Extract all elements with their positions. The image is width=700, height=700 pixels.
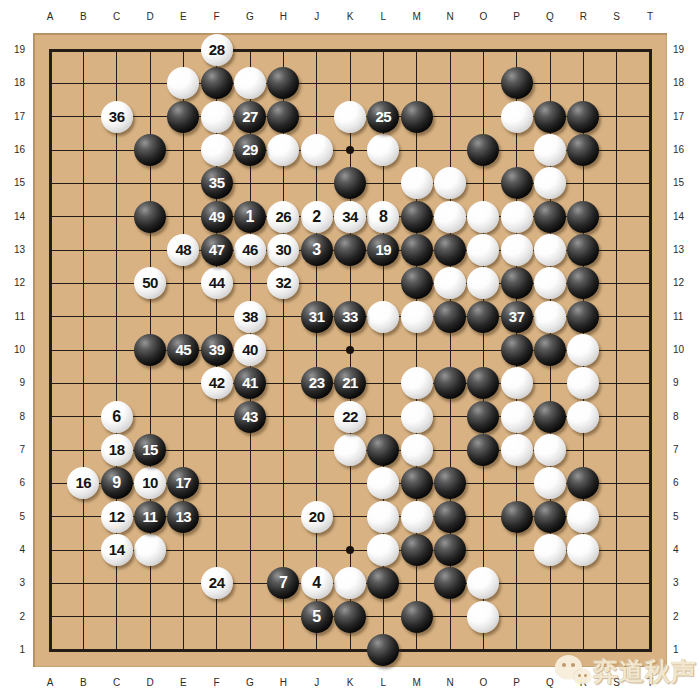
stone-black-M12 — [401, 267, 433, 299]
stone-black-D14 — [134, 201, 166, 233]
stone-white-P14 — [501, 201, 533, 233]
stone-black-P12 — [501, 267, 533, 299]
coord-right-10: 10 — [673, 344, 695, 355]
stone-black-D16 — [134, 134, 166, 166]
coord-bottom-G: G — [241, 677, 259, 688]
move-number: 29 — [242, 134, 258, 166]
move-35-black-F15: 35 — [201, 167, 233, 199]
move-9-black-C6: 9 — [101, 467, 133, 499]
stone-black-M4 — [401, 534, 433, 566]
move-number: 21 — [342, 367, 358, 399]
coord-right-3: 3 — [673, 577, 695, 588]
stone-black-O8 — [467, 401, 499, 433]
move-number: 40 — [242, 334, 258, 366]
move-number: 41 — [242, 367, 258, 399]
coord-right-5: 5 — [673, 511, 695, 522]
stone-black-N4 — [434, 534, 466, 566]
stone-white-P9 — [501, 367, 533, 399]
stone-black-N11 — [434, 301, 466, 333]
move-number: 23 — [309, 367, 325, 399]
coord-left-6: 6 — [5, 477, 25, 488]
stone-black-P5 — [501, 501, 533, 533]
coord-bottom-E: E — [174, 677, 192, 688]
coord-top-B: B — [74, 11, 92, 22]
coord-left-1: 1 — [5, 644, 25, 655]
coord-left-5: 5 — [5, 511, 25, 522]
coord-right-4: 4 — [673, 544, 695, 555]
move-39-black-F10: 39 — [201, 334, 233, 366]
move-number: 14 — [109, 534, 125, 566]
stone-white-Q13 — [534, 234, 566, 266]
move-number: 44 — [209, 267, 225, 299]
stone-black-P15 — [501, 167, 533, 199]
coord-bottom-H: H — [274, 677, 292, 688]
watermark-text: 弈道秋声 — [593, 655, 697, 688]
stone-white-M8 — [401, 401, 433, 433]
coord-top-Q: Q — [541, 11, 559, 22]
stone-black-N5 — [434, 501, 466, 533]
stone-white-R5 — [567, 501, 599, 533]
coord-left-4: 4 — [5, 544, 25, 555]
move-36-white-C17: 36 — [101, 101, 133, 133]
stone-black-Q10 — [534, 334, 566, 366]
stone-black-Q8 — [534, 401, 566, 433]
coord-left-18: 18 — [5, 77, 25, 88]
stone-black-K13 — [334, 234, 366, 266]
stone-black-Q5 — [534, 501, 566, 533]
move-number: 18 — [109, 434, 125, 466]
move-12-white-C5: 12 — [101, 501, 133, 533]
move-43-black-G8: 43 — [234, 401, 266, 433]
go-board: 1234567891011121314151617181920212223242… — [33, 33, 667, 667]
coord-top-T: T — [641, 11, 659, 22]
move-number: 24 — [209, 567, 225, 599]
move-number: 42 — [209, 367, 225, 399]
stone-black-M13 — [401, 234, 433, 266]
coord-left-17: 17 — [5, 111, 25, 122]
stone-white-M11 — [401, 301, 433, 333]
move-26-white-H14: 26 — [267, 201, 299, 233]
move-4-white-J3: 4 — [301, 567, 333, 599]
stone-black-R11 — [567, 301, 599, 333]
move-42-white-F9: 42 — [201, 367, 233, 399]
stone-black-Q17 — [534, 101, 566, 133]
stone-black-O11 — [467, 301, 499, 333]
move-8-white-L14: 8 — [367, 201, 399, 233]
move-number: 30 — [275, 234, 291, 266]
move-number: 2 — [312, 201, 321, 233]
move-number: 45 — [175, 334, 191, 366]
stone-white-M15 — [401, 167, 433, 199]
move-28-white-F19: 28 — [201, 34, 233, 66]
coord-top-L: L — [374, 11, 392, 22]
coord-left-3: 3 — [5, 577, 25, 588]
go-diagram: ABCDEFGHJKLMNOPQRST ABCDEFGHJKLMNOPQRST … — [0, 0, 700, 700]
move-18-white-C7: 18 — [101, 434, 133, 466]
coord-left-9: 9 — [5, 377, 25, 388]
stone-white-Q11 — [534, 301, 566, 333]
coord-bottom-L: L — [374, 677, 392, 688]
stone-white-F17 — [201, 101, 233, 133]
move-1-black-G14: 1 — [234, 201, 266, 233]
move-number: 28 — [209, 34, 225, 66]
stone-white-M9 — [401, 367, 433, 399]
move-number: 12 — [109, 501, 125, 533]
move-44-white-F12: 44 — [201, 267, 233, 299]
stone-white-P8 — [501, 401, 533, 433]
move-number: 10 — [142, 467, 158, 499]
move-number: 26 — [275, 201, 291, 233]
coord-right-9: 9 — [673, 377, 695, 388]
stone-black-F18 — [201, 67, 233, 99]
coord-left-11: 11 — [5, 311, 25, 322]
move-46-white-G13: 46 — [234, 234, 266, 266]
move-number: 3 — [312, 234, 321, 266]
coord-left-16: 16 — [5, 144, 25, 155]
stone-black-P18 — [501, 67, 533, 99]
stone-white-R8 — [567, 401, 599, 433]
stone-black-E17 — [167, 101, 199, 133]
move-number: 37 — [509, 301, 525, 333]
move-number: 31 — [309, 301, 325, 333]
move-number: 7 — [279, 567, 288, 599]
coord-left-15: 15 — [5, 177, 25, 188]
move-22-white-K8: 22 — [334, 401, 366, 433]
coord-top-D: D — [141, 11, 159, 22]
coord-bottom-B: B — [74, 677, 92, 688]
coord-bottom-F: F — [208, 677, 226, 688]
move-number: 47 — [209, 234, 225, 266]
stone-white-P17 — [501, 101, 533, 133]
watermark: 弈道秋声 — [553, 647, 700, 695]
move-31-black-J11: 31 — [301, 301, 333, 333]
stone-white-L5 — [367, 501, 399, 533]
move-number: 16 — [75, 467, 91, 499]
move-number: 4 — [312, 567, 321, 599]
move-number: 38 — [242, 301, 258, 333]
coord-bottom-D: D — [141, 677, 159, 688]
move-34-white-K14: 34 — [334, 201, 366, 233]
stone-black-M14 — [401, 201, 433, 233]
move-3-black-J13: 3 — [301, 234, 333, 266]
coord-top-M: M — [408, 11, 426, 22]
star-point-K4 — [346, 546, 354, 554]
move-38-white-G11: 38 — [234, 301, 266, 333]
stone-black-N13 — [434, 234, 466, 266]
coord-bottom-N: N — [441, 677, 459, 688]
coord-top-C: C — [108, 11, 126, 22]
stone-black-M17 — [401, 101, 433, 133]
move-number: 39 — [209, 334, 225, 366]
coord-right-12: 12 — [673, 277, 695, 288]
move-number: 27 — [242, 101, 258, 133]
coord-left-12: 12 — [5, 277, 25, 288]
move-47-black-F13: 47 — [201, 234, 233, 266]
coord-top-O: O — [474, 11, 492, 22]
stone-white-F16 — [201, 134, 233, 166]
coord-left-7: 7 — [5, 444, 25, 455]
stone-white-K7 — [334, 434, 366, 466]
stone-black-K2 — [334, 601, 366, 633]
move-number: 46 — [242, 234, 258, 266]
move-number: 34 — [342, 201, 358, 233]
move-number: 9 — [112, 467, 121, 499]
stone-white-D4 — [134, 534, 166, 566]
move-number: 22 — [342, 401, 358, 433]
coord-bottom-J: J — [308, 677, 326, 688]
stone-black-R17 — [567, 101, 599, 133]
move-number: 6 — [112, 401, 121, 433]
coord-top-S: S — [608, 11, 626, 22]
stone-white-N14 — [434, 201, 466, 233]
move-number: 15 — [142, 434, 158, 466]
move-number: 11 — [143, 501, 158, 533]
coord-right-18: 18 — [673, 77, 695, 88]
coord-right-13: 13 — [673, 244, 695, 255]
move-20-white-J5: 20 — [301, 501, 333, 533]
move-15-black-D7: 15 — [134, 434, 166, 466]
stone-black-L1 — [367, 634, 399, 666]
stone-white-O2 — [467, 601, 499, 633]
wechat-icon — [553, 651, 591, 691]
stone-white-J16 — [301, 134, 333, 166]
coord-right-16: 16 — [673, 144, 695, 155]
move-number: 48 — [175, 234, 191, 266]
move-2-white-J14: 2 — [301, 201, 333, 233]
move-number: 32 — [275, 267, 291, 299]
stone-white-P7 — [501, 434, 533, 466]
star-point-K10 — [346, 346, 354, 354]
move-number: 33 — [342, 301, 358, 333]
move-number: 5 — [312, 601, 321, 633]
move-number: 20 — [309, 501, 325, 533]
star-point-K16 — [346, 146, 354, 154]
move-number: 36 — [109, 101, 125, 133]
move-5-black-J2: 5 — [301, 601, 333, 633]
coord-right-17: 17 — [673, 111, 695, 122]
stone-black-P10 — [501, 334, 533, 366]
coord-top-N: N — [441, 11, 459, 22]
coord-bottom-A: A — [41, 677, 59, 688]
stone-black-D10 — [134, 334, 166, 366]
move-37-black-P11: 37 — [501, 301, 533, 333]
stone-black-H17 — [267, 101, 299, 133]
stone-white-K17 — [334, 101, 366, 133]
coord-top-P: P — [508, 11, 526, 22]
move-number: 17 — [175, 467, 191, 499]
move-6-white-C8: 6 — [101, 401, 133, 433]
move-27-black-G17: 27 — [234, 101, 266, 133]
grid-line-v — [616, 50, 617, 650]
coord-bottom-O: O — [474, 677, 492, 688]
coord-left-8: 8 — [5, 411, 25, 422]
coord-bottom-C: C — [108, 677, 126, 688]
move-25-black-L17: 25 — [367, 101, 399, 133]
move-40-white-G10: 40 — [234, 334, 266, 366]
stone-white-M7 — [401, 434, 433, 466]
stone-black-M2 — [401, 601, 433, 633]
coord-bottom-M: M — [408, 677, 426, 688]
move-23-black-J9: 23 — [301, 367, 333, 399]
move-13-black-E5: 13 — [167, 501, 199, 533]
move-49-black-F14: 49 — [201, 201, 233, 233]
stone-white-L11 — [367, 301, 399, 333]
move-number: 50 — [142, 267, 158, 299]
move-number: 1 — [246, 201, 255, 233]
stone-white-Q7 — [534, 434, 566, 466]
move-number: 43 — [242, 401, 258, 433]
stone-white-Q4 — [534, 534, 566, 566]
stone-white-O14 — [467, 201, 499, 233]
coord-right-7: 7 — [673, 444, 695, 455]
coord-left-2: 2 — [5, 611, 25, 622]
move-11-black-D5: 11 — [134, 501, 166, 533]
move-29-black-G16: 29 — [234, 134, 266, 166]
coord-right-8: 8 — [673, 411, 695, 422]
move-number: 25 — [375, 101, 391, 133]
stone-white-Q16 — [534, 134, 566, 166]
move-33-black-K11: 33 — [334, 301, 366, 333]
move-24-white-F3: 24 — [201, 567, 233, 599]
coord-right-6: 6 — [673, 477, 695, 488]
coord-right-11: 11 — [673, 311, 695, 322]
move-number: 8 — [379, 201, 388, 233]
coord-left-10: 10 — [5, 344, 25, 355]
stone-black-M6 — [401, 467, 433, 499]
move-14-white-C4: 14 — [101, 534, 133, 566]
coord-top-H: H — [274, 11, 292, 22]
coord-left-19: 19 — [5, 44, 25, 55]
coord-bottom-K: K — [341, 677, 359, 688]
move-number: 49 — [209, 201, 225, 233]
coord-top-R: R — [574, 11, 592, 22]
coord-top-K: K — [341, 11, 359, 22]
coord-right-14: 14 — [673, 211, 695, 222]
coord-top-J: J — [308, 11, 326, 22]
coord-top-G: G — [241, 11, 259, 22]
stone-black-R14 — [567, 201, 599, 233]
coord-right-2: 2 — [673, 611, 695, 622]
coord-top-A: A — [41, 11, 59, 22]
stone-white-M5 — [401, 501, 433, 533]
coord-left-13: 13 — [5, 244, 25, 255]
coord-right-19: 19 — [673, 44, 695, 55]
coord-bottom-P: P — [508, 677, 526, 688]
move-number: 13 — [175, 501, 191, 533]
stone-white-P13 — [501, 234, 533, 266]
move-number: 35 — [209, 167, 225, 199]
coord-right-15: 15 — [673, 177, 695, 188]
coord-left-14: 14 — [5, 211, 25, 222]
move-number: 19 — [375, 234, 391, 266]
stone-black-Q14 — [534, 201, 566, 233]
coord-top-F: F — [208, 11, 226, 22]
coord-top-E: E — [174, 11, 192, 22]
